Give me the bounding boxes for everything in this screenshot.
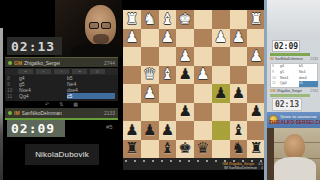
- streamer-name-box: NikolaDubovik: [25, 144, 99, 165]
- glasses-shape: [89, 22, 113, 29]
- player-rating: 2133: [310, 57, 318, 62]
- square-g3[interactable]: [141, 47, 159, 66]
- white-pawn-piece: ♟: [143, 86, 156, 101]
- black-pawn-piece: ♟: [161, 123, 174, 138]
- player-rating: 2133: [104, 110, 115, 116]
- square-e8[interactable]: ♚: [176, 140, 194, 159]
- square-f3[interactable]: [159, 47, 177, 66]
- white-rook-piece: ♜: [249, 12, 262, 27]
- white-pawn-piece: ♟: [214, 30, 227, 45]
- mini-clock-top: 02:09: [272, 40, 300, 52]
- square-h5[interactable]: [123, 84, 141, 103]
- black-pawn-piece: ♟: [214, 86, 227, 101]
- square-h8[interactable]: ♜: [123, 140, 141, 159]
- banner-line2: ZHIGALKO-SERGEI.COM: [269, 120, 320, 125]
- square-f6[interactable]: [159, 103, 177, 122]
- mini-inactive-bar: [270, 94, 310, 97]
- player-name[interactable]: SanNikoDelmman: [275, 57, 303, 62]
- stream-frame: 02:13 GM Zhigalko_Sergei 2744 «‹›»≡ 8g4b…: [0, 0, 320, 180]
- player-title: IM: [270, 57, 274, 62]
- white-pawn-piece: ♟: [249, 49, 262, 64]
- banner-line1: Уроки по шахматам: [280, 114, 317, 119]
- analysis-icon[interactable]: ↶: [45, 101, 49, 108]
- square-f7[interactable]: ♟: [159, 121, 177, 140]
- flair-icon: [8, 111, 12, 115]
- square-d1[interactable]: [194, 10, 212, 29]
- square-b3[interactable]: [230, 47, 248, 66]
- move-san[interactable]: Qg4: [280, 81, 299, 87]
- black-bishop-piece: ♝: [232, 123, 245, 138]
- white-bishop-piece: ♝: [161, 12, 174, 27]
- standings-row: IM SanNikoDelmman4: [222, 166, 263, 170]
- mini-clock-bottom: 02:13: [272, 98, 302, 111]
- square-c8[interactable]: [212, 140, 230, 159]
- square-e7[interactable]: [176, 121, 194, 140]
- square-h3[interactable]: [123, 47, 141, 66]
- move-number: 11: [7, 93, 19, 99]
- score-strip: GM Zhigalko_Sergei4.5IM SanNikoDelmman4: [123, 158, 265, 170]
- square-c6[interactable]: [212, 103, 230, 122]
- move-san[interactable]: Qg4: [19, 93, 67, 99]
- analysis-icon[interactable]: ▦: [73, 101, 78, 108]
- square-a1[interactable]: ♜: [247, 10, 265, 29]
- black-pawn-piece: ♟: [178, 104, 191, 119]
- square-b4[interactable]: [230, 66, 248, 85]
- square-d6[interactable]: [194, 103, 212, 122]
- black-knight-piece: ♞: [232, 141, 245, 156]
- white-knight-piece: ♞: [143, 12, 156, 27]
- move-nav-button[interactable]: ‹: [36, 69, 51, 74]
- move-number: 11: [272, 81, 280, 87]
- square-f5[interactable]: [159, 84, 177, 103]
- square-a6[interactable]: ♟: [247, 103, 265, 122]
- player-name[interactable]: SanNikoDelmman: [22, 110, 62, 116]
- clock-side-note: #5: [106, 124, 113, 130]
- square-f8[interactable]: ♝: [159, 140, 177, 159]
- black-pawn-piece: ♟: [143, 123, 156, 138]
- standings-score: 4: [261, 166, 263, 170]
- square-e6[interactable]: ♟: [176, 103, 194, 122]
- black-queen-piece: ♛: [196, 141, 209, 156]
- clock-white: 02:13: [7, 37, 62, 55]
- move-nav-button[interactable]: ≡: [90, 69, 105, 74]
- move-rows: 8g4b59g5Ne410Nxe4dxe411Qg4c5: [5, 75, 118, 99]
- square-c3[interactable]: [212, 47, 230, 66]
- square-h4[interactable]: [123, 66, 141, 85]
- streamer-name: NikolaDubovik: [35, 150, 89, 159]
- square-c2[interactable]: ♟: [212, 29, 230, 48]
- move-list: «‹›»≡ 8g4b59g5Ne410Nxe4dxe411Qg4c5: [5, 68, 118, 101]
- square-c5[interactable]: ♟: [212, 84, 230, 103]
- webcam-face: [284, 134, 305, 159]
- square-f1[interactable]: ♝: [159, 10, 177, 29]
- shoulders-shape: [71, 44, 122, 57]
- move-san[interactable]: c5: [67, 93, 115, 99]
- player-bar-top: GM Zhigalko_Sergei 2744: [5, 57, 118, 67]
- square-d2[interactable]: [194, 29, 212, 48]
- move-nav-button[interactable]: »: [72, 69, 87, 74]
- square-g4[interactable]: ♛: [141, 66, 159, 85]
- ad-banner[interactable]: Уроки по шахматам ZHIGALKO-SERGEI.COM: [267, 112, 320, 128]
- square-a5[interactable]: [247, 84, 265, 103]
- white-pawn-piece: ♟: [178, 49, 191, 64]
- square-h2[interactable]: ♟: [123, 29, 141, 48]
- square-b5[interactable]: ♟: [230, 84, 248, 103]
- square-a8[interactable]: ♜: [247, 140, 265, 159]
- black-rook-piece: ♜: [125, 141, 138, 156]
- player-name[interactable]: Zhigalko_Sergei: [24, 60, 60, 66]
- player-title: GM: [14, 60, 22, 66]
- white-bishop-piece: ♝: [161, 67, 174, 82]
- square-g2[interactable]: [141, 29, 159, 48]
- square-g8[interactable]: [141, 140, 159, 159]
- white-rook-piece: ♜: [125, 12, 138, 27]
- white-pawn-piece: ♟: [161, 30, 174, 45]
- square-b7[interactable]: ♝: [230, 121, 248, 140]
- player-rating: 2744: [104, 60, 115, 66]
- square-b8[interactable]: ♞: [230, 140, 248, 159]
- square-b2[interactable]: ♟: [230, 29, 248, 48]
- player-bar-bottom: IM SanNikoDelmman 2133: [5, 108, 118, 118]
- square-h1[interactable]: ♜: [123, 10, 141, 29]
- analysis-toolbar: ↶⇅▦: [5, 101, 118, 108]
- clock-black: 02:09: [7, 120, 65, 137]
- door-shape: [267, 128, 274, 180]
- move-nav-button[interactable]: «: [18, 69, 33, 74]
- white-pawn-piece: ♟: [196, 67, 209, 82]
- black-rook-piece: ♜: [249, 141, 262, 156]
- black-pawn-piece: ♟: [125, 123, 138, 138]
- analysis-icon[interactable]: ⇅: [59, 101, 63, 108]
- square-e3[interactable]: ♟: [176, 47, 194, 66]
- square-a3[interactable]: ♟: [247, 47, 265, 66]
- square-f2[interactable]: ♟: [159, 29, 177, 48]
- square-d7[interactable]: [194, 121, 212, 140]
- square-c4[interactable]: [212, 66, 230, 85]
- mini-active-bar: [270, 53, 310, 56]
- player-rating: 2744: [310, 89, 318, 94]
- square-e5[interactable]: [176, 84, 194, 103]
- square-g1[interactable]: ♞: [141, 10, 159, 29]
- chess-board: ♜♞♝♚♜♟♟♟♟♟♟♛♝♟♟♟♟♟♟♟♟♟♟♝♜♝♚♛♞♜: [123, 10, 265, 158]
- white-pawn-piece: ♟: [125, 30, 138, 45]
- black-pawn-piece: ♟: [178, 67, 191, 82]
- move-san[interactable]: c5: [299, 81, 318, 87]
- square-c1[interactable]: [212, 10, 230, 29]
- white-queen-piece: ♛: [143, 67, 156, 82]
- square-e1[interactable]: ♚: [176, 10, 194, 29]
- mini-player-top: IM SanNikoDelmman 2133: [270, 57, 318, 62]
- square-h6[interactable]: [123, 103, 141, 122]
- standings-rows: GM Zhigalko_Sergei4.5IM SanNikoDelmman4: [222, 162, 263, 170]
- white-pawn-piece: ♟: [232, 30, 245, 45]
- beard-shape: [93, 34, 109, 44]
- white-king-piece: ♚: [178, 12, 191, 27]
- square-g6[interactable]: [141, 103, 159, 122]
- black-king-piece: ♚: [178, 141, 191, 156]
- square-b1[interactable]: [230, 10, 248, 29]
- square-d8[interactable]: ♛: [194, 140, 212, 159]
- square-a2[interactable]: [247, 29, 265, 48]
- square-e2[interactable]: [176, 29, 194, 48]
- black-pawn-piece: ♟: [249, 104, 262, 119]
- square-b6[interactable]: [230, 103, 248, 122]
- square-a4[interactable]: [247, 66, 265, 85]
- black-pawn-piece: ♟: [232, 86, 245, 101]
- shirt-shape: [274, 157, 316, 180]
- square-c7[interactable]: [212, 121, 230, 140]
- standings-name: IM SanNikoDelmman: [224, 166, 257, 170]
- square-d4[interactable]: ♟: [194, 66, 212, 85]
- webcam-player-bottom: [267, 128, 320, 180]
- move-controls: «‹›»≡: [5, 68, 118, 75]
- square-f4[interactable]: ♝: [159, 66, 177, 85]
- webcam-player-top: [55, 0, 122, 57]
- square-a7[interactable]: [247, 121, 265, 140]
- flair-icon: [8, 61, 12, 65]
- square-g7[interactable]: ♟: [141, 121, 159, 140]
- scrollbar-strip[interactable]: [0, 28, 3, 180]
- black-bishop-piece: ♝: [161, 141, 174, 156]
- player-title: IM: [14, 110, 20, 116]
- square-h7[interactable]: ♟: [123, 121, 141, 140]
- opponent-screen-panel: 02:09 IM SanNikoDelmman 2133 8g4b59g5Ne4…: [264, 0, 320, 180]
- square-d3[interactable]: [194, 47, 212, 66]
- square-d5[interactable]: [194, 84, 212, 103]
- square-g5[interactable]: ♟: [141, 84, 159, 103]
- square-e4[interactable]: ♟: [176, 66, 194, 85]
- mini-move-table: 8g4b59g5Ne410Nxe4dxe411Qg4c5: [270, 63, 318, 88]
- move-nav-button[interactable]: ›: [54, 69, 69, 74]
